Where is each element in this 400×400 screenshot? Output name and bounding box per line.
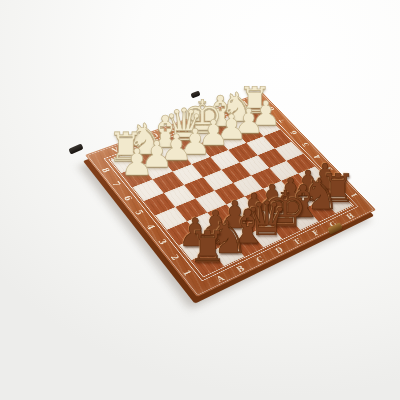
chess-board: ABCDEFGH ABCDEFGH 87654321 87654321 xyxy=(85,92,376,297)
hinge-icon xyxy=(68,143,83,154)
hinge-icon xyxy=(190,91,200,99)
photo-scene: ABCDEFGH ABCDEFGH 87654321 87654321 ♜♞♝♛… xyxy=(0,0,400,400)
